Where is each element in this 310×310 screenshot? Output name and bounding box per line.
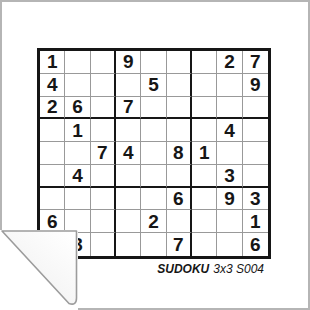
cell-r3c8[interactable] [217,97,242,120]
cell-r5c1[interactable] [40,142,65,165]
cell-r7c3[interactable] [91,188,116,211]
cell-r3c5[interactable] [141,97,166,120]
cell-r9c9[interactable]: 6 [243,233,268,256]
cell-r1c6[interactable] [167,51,192,74]
cell-r3c3[interactable] [91,97,116,120]
cell-r7c5[interactable] [141,188,166,211]
cell-r7c8[interactable]: 9 [217,188,242,211]
cell-r6c1[interactable] [40,165,65,188]
puzzle-page: 192745926714748143693621376 SUDOKU3x3 S0… [0,0,310,310]
cell-r1c4[interactable]: 9 [116,51,141,74]
cell-r2c2[interactable] [65,74,90,97]
cell-r8c9[interactable]: 1 [243,210,268,233]
cell-r2c7[interactable] [192,74,217,97]
cell-r2c3[interactable] [91,74,116,97]
cell-r7c2[interactable] [65,188,90,211]
cell-r9c4[interactable] [116,233,141,256]
cell-r8c4[interactable] [116,210,141,233]
cell-r2c8[interactable] [217,74,242,97]
cell-r7c4[interactable] [116,188,141,211]
cell-r3c2[interactable]: 6 [65,97,90,120]
cell-r7c7[interactable] [192,188,217,211]
cell-r4c5[interactable] [141,119,166,142]
cell-r1c1[interactable]: 1 [40,51,65,74]
cell-r7c9[interactable]: 3 [243,188,268,211]
cell-r8c8[interactable] [217,210,242,233]
cell-r8c5[interactable]: 2 [141,210,166,233]
cell-r1c7[interactable] [192,51,217,74]
cell-r2c4[interactable] [116,74,141,97]
cell-r1c3[interactable] [91,51,116,74]
cell-r5c8[interactable] [217,142,242,165]
footer-brand: SUDOKU [157,262,209,276]
cell-r8c3[interactable] [91,210,116,233]
cell-r5c4[interactable]: 4 [116,142,141,165]
cell-r2c1[interactable]: 4 [40,74,65,97]
cell-r4c4[interactable] [116,119,141,142]
cell-r4c7[interactable] [192,119,217,142]
cell-r5c2[interactable] [65,142,90,165]
footer-series: 3x3 S004 [213,262,264,276]
cell-r9c7[interactable] [192,233,217,256]
cell-r5c5[interactable] [141,142,166,165]
cell-r4c3[interactable] [91,119,116,142]
cell-r3c4[interactable]: 7 [116,97,141,120]
cell-r7c6[interactable]: 6 [167,188,192,211]
cell-r1c9[interactable]: 7 [243,51,268,74]
cell-r5c9[interactable] [243,142,268,165]
cell-r2c5[interactable]: 5 [141,74,166,97]
cell-r4c6[interactable] [167,119,192,142]
cell-r5c3[interactable]: 7 [91,142,116,165]
cell-r8c6[interactable] [167,210,192,233]
sudoku-board: 192745926714748143693621376 [37,48,271,259]
cell-r4c9[interactable] [243,119,268,142]
cell-r9c5[interactable] [141,233,166,256]
cell-r3c6[interactable] [167,97,192,120]
cell-r3c1[interactable]: 2 [40,97,65,120]
cell-r9c6[interactable]: 7 [167,233,192,256]
page-curl-flap-icon [0,230,78,310]
cell-r7c1[interactable] [40,188,65,211]
cell-r9c8[interactable] [217,233,242,256]
cell-r6c7[interactable] [192,165,217,188]
cell-r1c5[interactable] [141,51,166,74]
cell-r6c2[interactable]: 4 [65,165,90,188]
page-curl [0,230,78,310]
cell-r5c6[interactable]: 8 [167,142,192,165]
cell-r6c9[interactable] [243,165,268,188]
cell-r6c8[interactable]: 3 [217,165,242,188]
cell-r1c8[interactable]: 2 [217,51,242,74]
cell-r6c3[interactable] [91,165,116,188]
cell-r8c7[interactable] [192,210,217,233]
cell-r6c6[interactable] [167,165,192,188]
cell-r2c9[interactable]: 9 [243,74,268,97]
cell-r4c8[interactable]: 4 [217,119,242,142]
cell-r4c2[interactable]: 1 [65,119,90,142]
footer-caption: SUDOKU3x3 S004 [157,262,264,276]
cell-r6c4[interactable] [116,165,141,188]
cell-r3c7[interactable] [192,97,217,120]
cell-r3c9[interactable] [243,97,268,120]
cell-r6c5[interactable] [141,165,166,188]
cell-r5c7[interactable]: 1 [192,142,217,165]
cell-r2c6[interactable] [167,74,192,97]
cell-r1c2[interactable] [65,51,90,74]
cell-r9c3[interactable] [91,233,116,256]
cell-r4c1[interactable] [40,119,65,142]
